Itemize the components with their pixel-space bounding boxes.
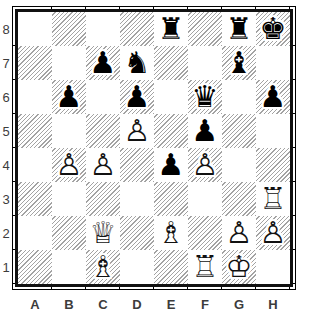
square-e3 <box>154 182 188 216</box>
piece-white-queen-c2: ♕ <box>86 216 120 250</box>
piece-black-pawn-e4: ♟ <box>154 148 188 182</box>
board-inner-border: ♜♜♚♟♞♝♟♟♛♟♟♙♟♟♙♟♙♟♟♙♜♖♛♕♝♗♟♙♟♙♝♗♜♖♚♔ <box>15 9 293 287</box>
piece-black-king-h8: ♚ <box>256 12 290 46</box>
piece-fill-white-king-g1: ♚ <box>222 250 256 284</box>
square-b1 <box>52 250 86 284</box>
square-b8 <box>52 12 86 46</box>
rank-label-2: 2 <box>0 216 12 250</box>
square-b4: ♟♙ <box>52 148 86 182</box>
square-b7 <box>52 46 86 80</box>
square-c2: ♛♕ <box>86 216 120 250</box>
piece-fill-white-rook-h3: ♜ <box>256 182 290 216</box>
rank-label-4: 4 <box>0 148 12 182</box>
piece-black-bishop-g7: ♝ <box>222 46 256 80</box>
square-a4 <box>18 148 52 182</box>
file-label-a: A <box>18 297 52 312</box>
square-g6 <box>222 80 256 114</box>
square-f4: ♟♙ <box>188 148 222 182</box>
square-b5 <box>52 114 86 148</box>
square-e8: ♜ <box>154 12 188 46</box>
square-a1 <box>18 250 52 284</box>
piece-white-rook-f1: ♖ <box>188 250 222 284</box>
square-h3: ♜♖ <box>256 182 290 216</box>
square-e4: ♟ <box>154 148 188 182</box>
square-c1: ♝♗ <box>86 250 120 284</box>
piece-white-rook-h3: ♖ <box>256 182 290 216</box>
square-d4 <box>120 148 154 182</box>
square-d6: ♟ <box>120 80 154 114</box>
square-c4: ♟♙ <box>86 148 120 182</box>
square-d3 <box>120 182 154 216</box>
square-a6 <box>18 80 52 114</box>
piece-black-pawn-c7: ♟ <box>86 46 120 80</box>
square-b6: ♟ <box>52 80 86 114</box>
square-d7: ♞ <box>120 46 154 80</box>
frame-ticks-bottom <box>18 287 290 289</box>
square-g2: ♟♙ <box>222 216 256 250</box>
square-e6 <box>154 80 188 114</box>
piece-black-knight-d7: ♞ <box>120 46 154 80</box>
piece-white-pawn-f4: ♙ <box>188 148 222 182</box>
rank-labels: 87654321 <box>0 12 12 284</box>
rank-label-1: 1 <box>0 250 12 284</box>
piece-fill-white-pawn-c4: ♟ <box>86 148 120 182</box>
square-a3 <box>18 182 52 216</box>
square-f5: ♟ <box>188 114 222 148</box>
piece-white-bishop-c1: ♗ <box>86 250 120 284</box>
piece-fill-white-bishop-c1: ♝ <box>86 250 120 284</box>
square-h8: ♚ <box>256 12 290 46</box>
chess-diagram: 87654321 ♜♜♚♟♞♝♟♟♛♟♟♙♟♟♙♟♙♟♟♙♜♖♛♕♝♗♟♙♟♙♝… <box>0 0 314 320</box>
square-c7: ♟ <box>86 46 120 80</box>
square-f2 <box>188 216 222 250</box>
square-g7: ♝ <box>222 46 256 80</box>
square-d1 <box>120 250 154 284</box>
board-frame: ♜♜♚♟♞♝♟♟♛♟♟♙♟♟♙♟♙♟♟♙♜♖♛♕♝♗♟♙♟♙♝♗♜♖♚♔ <box>12 6 296 290</box>
board-grid: ♜♜♚♟♞♝♟♟♛♟♟♙♟♟♙♟♙♟♟♙♜♖♛♕♝♗♟♙♟♙♝♗♜♖♚♔ <box>18 12 290 284</box>
piece-fill-white-pawn-b4: ♟ <box>52 148 86 182</box>
piece-black-pawn-b6: ♟ <box>52 80 86 114</box>
piece-fill-white-rook-f1: ♜ <box>188 250 222 284</box>
piece-fill-white-pawn-g2: ♟ <box>222 216 256 250</box>
piece-fill-white-pawn-f4: ♟ <box>188 148 222 182</box>
square-g8: ♜ <box>222 12 256 46</box>
rank-label-6: 6 <box>0 80 12 114</box>
square-f8 <box>188 12 222 46</box>
file-label-f: F <box>188 297 222 312</box>
piece-black-rook-e8: ♜ <box>154 12 188 46</box>
file-label-d: D <box>120 297 154 312</box>
piece-black-rook-g8: ♜ <box>222 12 256 46</box>
piece-white-pawn-d5: ♙ <box>120 114 154 148</box>
square-d2 <box>120 216 154 250</box>
square-d5: ♟♙ <box>120 114 154 148</box>
square-g5 <box>222 114 256 148</box>
frame-ticks-left <box>13 12 15 284</box>
square-c6 <box>86 80 120 114</box>
square-a5 <box>18 114 52 148</box>
piece-fill-white-bishop-e2: ♝ <box>154 216 188 250</box>
piece-black-pawn-h6: ♟ <box>256 80 290 114</box>
square-c3 <box>86 182 120 216</box>
square-a2 <box>18 216 52 250</box>
square-e5 <box>154 114 188 148</box>
square-h6: ♟ <box>256 80 290 114</box>
piece-black-queen-f6: ♛ <box>188 80 222 114</box>
file-labels: ABCDEFGH <box>18 297 290 312</box>
rank-label-7: 7 <box>0 46 12 80</box>
square-f6: ♛ <box>188 80 222 114</box>
piece-fill-white-queen-c2: ♛ <box>86 216 120 250</box>
square-g3 <box>222 182 256 216</box>
square-g1: ♚♔ <box>222 250 256 284</box>
rank-label-5: 5 <box>0 114 12 148</box>
square-d8 <box>120 12 154 46</box>
square-c5 <box>86 114 120 148</box>
frame-ticks-top <box>18 7 290 9</box>
piece-fill-white-pawn-d5: ♟ <box>120 114 154 148</box>
file-label-c: C <box>86 297 120 312</box>
file-label-g: G <box>222 297 256 312</box>
piece-black-pawn-f5: ♟ <box>188 114 222 148</box>
square-a7 <box>18 46 52 80</box>
square-h4 <box>256 148 290 182</box>
square-g4 <box>222 148 256 182</box>
piece-white-bishop-e2: ♗ <box>154 216 188 250</box>
square-h5 <box>256 114 290 148</box>
square-e7 <box>154 46 188 80</box>
file-label-e: E <box>154 297 188 312</box>
rank-label-8: 8 <box>0 12 12 46</box>
file-label-h: H <box>256 297 290 312</box>
frame-ticks-right <box>293 12 295 284</box>
square-f7 <box>188 46 222 80</box>
piece-white-pawn-c4: ♙ <box>86 148 120 182</box>
square-h2: ♟♙ <box>256 216 290 250</box>
square-h7 <box>256 46 290 80</box>
piece-white-pawn-h2: ♙ <box>256 216 290 250</box>
square-f3 <box>188 182 222 216</box>
square-h1 <box>256 250 290 284</box>
file-label-b: B <box>52 297 86 312</box>
piece-fill-white-pawn-h2: ♟ <box>256 216 290 250</box>
square-e1 <box>154 250 188 284</box>
square-a8 <box>18 12 52 46</box>
square-c8 <box>86 12 120 46</box>
piece-white-pawn-b4: ♙ <box>52 148 86 182</box>
piece-white-pawn-g2: ♙ <box>222 216 256 250</box>
piece-white-king-g1: ♔ <box>222 250 256 284</box>
square-f1: ♜♖ <box>188 250 222 284</box>
square-b2 <box>52 216 86 250</box>
square-b3 <box>52 182 86 216</box>
piece-black-pawn-d6: ♟ <box>120 80 154 114</box>
square-e2: ♝♗ <box>154 216 188 250</box>
rank-label-3: 3 <box>0 182 12 216</box>
